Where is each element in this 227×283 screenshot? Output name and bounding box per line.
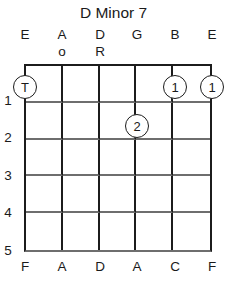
open-string-mark: o bbox=[58, 44, 66, 60]
root-string-mark: R bbox=[95, 44, 105, 60]
fret-cell bbox=[173, 103, 210, 140]
string-label-low-e: E bbox=[20, 27, 29, 43]
note-label-d: D bbox=[95, 259, 105, 275]
fret-cell bbox=[100, 213, 137, 250]
fret-cell bbox=[26, 176, 63, 213]
finger-marker-finger-2: 2 bbox=[125, 114, 149, 138]
finger-marker-thumb: T bbox=[13, 75, 37, 99]
fret-number-1: 1 bbox=[0, 92, 16, 110]
note-label-a: A bbox=[57, 259, 66, 275]
string-label-b: B bbox=[170, 27, 179, 43]
fret-cell bbox=[100, 176, 137, 213]
fret-cell bbox=[63, 140, 100, 177]
fret-cell bbox=[136, 176, 173, 213]
string-label-a: A bbox=[57, 27, 66, 43]
fret-cell bbox=[63, 103, 100, 140]
fret-cell bbox=[26, 140, 63, 177]
note-label-c: C bbox=[170, 259, 180, 275]
fret-cell bbox=[173, 213, 210, 250]
fret-cell bbox=[63, 213, 100, 250]
fret-cell bbox=[63, 66, 100, 103]
fret-number-2: 2 bbox=[0, 129, 16, 147]
fret-cell bbox=[26, 213, 63, 250]
string-label-high-e: E bbox=[207, 27, 216, 43]
fret-number-5: 5 bbox=[0, 242, 16, 260]
fret-cell bbox=[173, 176, 210, 213]
fret-cell bbox=[136, 140, 173, 177]
string-label-d: D bbox=[95, 27, 105, 43]
finger-marker-finger-1: 1 bbox=[200, 75, 224, 99]
fret-cell bbox=[100, 140, 137, 177]
fret-cell bbox=[136, 213, 173, 250]
fret-number-3: 3 bbox=[0, 167, 16, 185]
chord-diagram: D Minor 7 E A D G B E o R 1 2 3 4 5 bbox=[0, 0, 227, 283]
finger-marker-finger-1: 1 bbox=[163, 75, 187, 99]
note-label-f2: F bbox=[208, 259, 216, 275]
fret-cell bbox=[63, 176, 100, 213]
fret-cell bbox=[173, 140, 210, 177]
string-label-g: G bbox=[132, 27, 143, 43]
fret-cell bbox=[26, 103, 63, 140]
note-label-f: F bbox=[21, 259, 29, 275]
note-label-a2: A bbox=[132, 259, 141, 275]
fret-cell bbox=[100, 66, 137, 103]
chord-title: D Minor 7 bbox=[0, 4, 227, 22]
fret-number-4: 4 bbox=[0, 204, 16, 222]
